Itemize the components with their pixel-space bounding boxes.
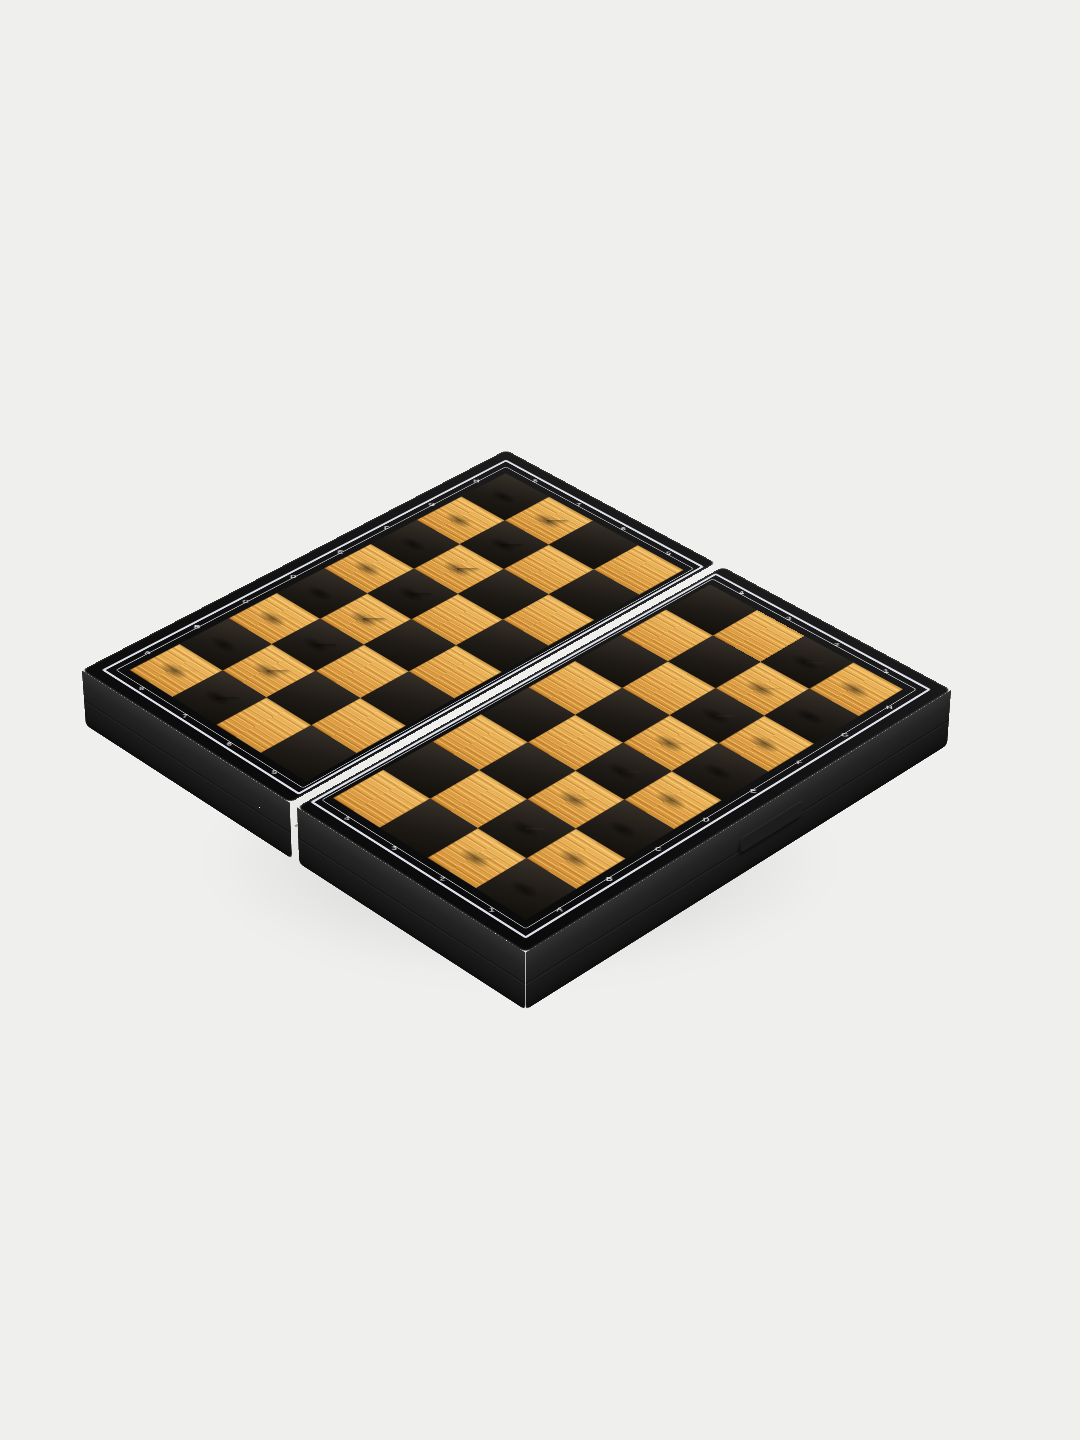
file-label-e: E bbox=[750, 788, 757, 794]
file-label-d: D bbox=[703, 816, 710, 822]
file-label-g: G bbox=[841, 732, 849, 738]
latch bbox=[740, 801, 802, 854]
file-label-f: F bbox=[796, 759, 802, 765]
page-background: ♜♟♞♟♝♟♚♟♛♟♝♟♞♟♜♟ABCDEFGH88776655♟♜♟♞♟♝♟♚… bbox=[0, 0, 1080, 1440]
rank-label: 5 bbox=[271, 769, 277, 775]
chessboard: ♜♟♞♟♝♟♚♟♛♟♝♟♞♟♜♟ABCDEFGH88776655♟♜♟♞♟♝♟♚… bbox=[82, 450, 951, 953]
file-label-a: A bbox=[556, 906, 563, 913]
rank-label: 1 bbox=[489, 906, 495, 913]
file-label-c: C bbox=[655, 846, 662, 852]
file-label-h: H bbox=[886, 704, 893, 710]
rank-label: 7 bbox=[576, 502, 581, 507]
rank-label: 5 bbox=[666, 551, 671, 556]
piece-white-rook[interactable]: ♜ bbox=[486, 801, 561, 900]
rank-label: 4 bbox=[344, 815, 350, 821]
file-label-b: B bbox=[606, 876, 613, 883]
square-d5[interactable] bbox=[409, 645, 502, 698]
rank-label: 3 bbox=[391, 845, 397, 851]
piece-black-pawn[interactable]: ♟ bbox=[187, 629, 247, 708]
scene: ♜♟♞♟♝♟♚♟♛♟♝♟♞♟♜♟ABCDEFGH88776655♟♜♟♞♟♝♟♚… bbox=[0, 0, 1080, 1440]
rank-label: 6 bbox=[621, 526, 626, 531]
rank-label: 4 bbox=[739, 590, 744, 595]
rank-label: 7 bbox=[182, 713, 188, 719]
rank-label: 2 bbox=[440, 875, 446, 882]
rank-label: 6 bbox=[226, 741, 232, 747]
rank-label: 8 bbox=[139, 686, 145, 692]
